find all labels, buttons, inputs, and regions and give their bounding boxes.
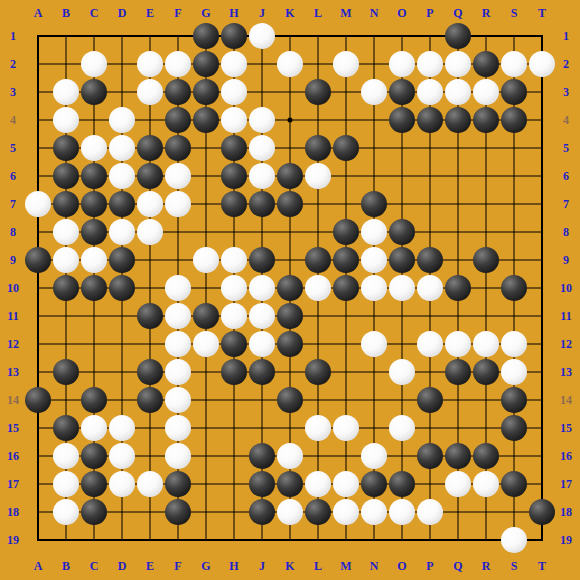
stone-white-P2 bbox=[417, 51, 443, 77]
stone-white-O18 bbox=[389, 499, 415, 525]
stone-white-P3 bbox=[417, 79, 443, 105]
stone-black-N17 bbox=[361, 471, 387, 497]
stone-white-C5 bbox=[81, 135, 107, 161]
stone-black-J18 bbox=[249, 499, 275, 525]
stone-white-J10 bbox=[249, 275, 275, 301]
stone-white-F12 bbox=[165, 331, 191, 357]
stone-black-S4 bbox=[501, 107, 527, 133]
stone-black-K7 bbox=[277, 191, 303, 217]
stone-white-F14 bbox=[165, 387, 191, 413]
stone-black-B15 bbox=[53, 415, 79, 441]
stone-white-N18 bbox=[361, 499, 387, 525]
stone-black-D10 bbox=[109, 275, 135, 301]
stone-black-M5 bbox=[333, 135, 359, 161]
coord-label-col-J-top: J bbox=[259, 7, 265, 19]
stone-black-G2 bbox=[193, 51, 219, 77]
coord-label-col-K-top: K bbox=[285, 7, 294, 19]
stone-white-L6 bbox=[305, 163, 331, 189]
star-point bbox=[288, 118, 293, 123]
stone-black-O4 bbox=[389, 107, 415, 133]
stone-white-O2 bbox=[389, 51, 415, 77]
stone-white-S12 bbox=[501, 331, 527, 357]
stone-black-C14 bbox=[81, 387, 107, 413]
stone-black-G4 bbox=[193, 107, 219, 133]
stone-black-Q10 bbox=[445, 275, 471, 301]
stone-black-J16 bbox=[249, 443, 275, 469]
stone-white-L17 bbox=[305, 471, 331, 497]
coord-label-col-P-top: P bbox=[426, 7, 433, 19]
coord-label-col-R-top: R bbox=[482, 7, 491, 19]
stone-black-H7 bbox=[221, 191, 247, 217]
coord-label-row-14-left: 14 bbox=[7, 394, 19, 406]
stone-white-C9 bbox=[81, 247, 107, 273]
coord-label-col-L-top: L bbox=[314, 7, 322, 19]
stone-black-E5 bbox=[137, 135, 163, 161]
coord-label-col-F-top: F bbox=[174, 7, 181, 19]
stone-white-D16 bbox=[109, 443, 135, 469]
stone-black-F17 bbox=[165, 471, 191, 497]
stone-white-J11 bbox=[249, 303, 275, 329]
coord-label-col-O-bottom: O bbox=[397, 560, 406, 572]
stone-black-S3 bbox=[501, 79, 527, 105]
stone-white-G12 bbox=[193, 331, 219, 357]
coord-label-col-K-bottom: K bbox=[285, 560, 294, 572]
coord-label-col-C-bottom: C bbox=[90, 560, 99, 572]
stone-white-B18 bbox=[53, 499, 79, 525]
stone-black-Q4 bbox=[445, 107, 471, 133]
stone-white-H3 bbox=[221, 79, 247, 105]
stone-white-L10 bbox=[305, 275, 331, 301]
stone-black-H5 bbox=[221, 135, 247, 161]
stone-white-J12 bbox=[249, 331, 275, 357]
stone-white-O15 bbox=[389, 415, 415, 441]
stone-white-E8 bbox=[137, 219, 163, 245]
coord-label-row-12-right: 12 bbox=[560, 338, 572, 350]
stone-black-L3 bbox=[305, 79, 331, 105]
stone-black-M10 bbox=[333, 275, 359, 301]
stone-white-H10 bbox=[221, 275, 247, 301]
stone-black-H6 bbox=[221, 163, 247, 189]
stone-white-C15 bbox=[81, 415, 107, 441]
stone-black-O3 bbox=[389, 79, 415, 105]
stone-white-K16 bbox=[277, 443, 303, 469]
stone-black-B10 bbox=[53, 275, 79, 301]
stone-white-F13 bbox=[165, 359, 191, 385]
stone-white-R17 bbox=[473, 471, 499, 497]
stone-white-B4 bbox=[53, 107, 79, 133]
coord-label-row-4-right: 4 bbox=[563, 114, 569, 126]
coord-label-row-10-left: 10 bbox=[7, 282, 19, 294]
stone-white-D4 bbox=[109, 107, 135, 133]
coord-label-col-R-bottom: R bbox=[482, 560, 491, 572]
coord-label-col-B-top: B bbox=[62, 7, 70, 19]
stone-white-B16 bbox=[53, 443, 79, 469]
stone-black-Q13 bbox=[445, 359, 471, 385]
stone-white-F16 bbox=[165, 443, 191, 469]
stone-black-S10 bbox=[501, 275, 527, 301]
coord-label-row-2-left: 2 bbox=[10, 58, 16, 70]
coord-label-row-9-left: 9 bbox=[10, 254, 16, 266]
stone-black-H13 bbox=[221, 359, 247, 385]
stone-black-P9 bbox=[417, 247, 443, 273]
stone-black-C6 bbox=[81, 163, 107, 189]
stone-white-E3 bbox=[137, 79, 163, 105]
stone-white-H4 bbox=[221, 107, 247, 133]
stone-black-A9 bbox=[25, 247, 51, 273]
stone-white-P10 bbox=[417, 275, 443, 301]
coord-label-row-11-left: 11 bbox=[7, 310, 18, 322]
stone-white-M18 bbox=[333, 499, 359, 525]
stone-black-C8 bbox=[81, 219, 107, 245]
coord-label-row-15-right: 15 bbox=[560, 422, 572, 434]
coord-label-row-5-right: 5 bbox=[563, 142, 569, 154]
coord-label-row-13-left: 13 bbox=[7, 366, 19, 378]
stone-black-N7 bbox=[361, 191, 387, 217]
stone-black-D7 bbox=[109, 191, 135, 217]
stone-black-G11 bbox=[193, 303, 219, 329]
stone-white-F6 bbox=[165, 163, 191, 189]
stone-white-R3 bbox=[473, 79, 499, 105]
stone-black-C18 bbox=[81, 499, 107, 525]
stone-white-N12 bbox=[361, 331, 387, 357]
coord-label-row-15-left: 15 bbox=[7, 422, 19, 434]
stone-black-J9 bbox=[249, 247, 275, 273]
stone-black-F3 bbox=[165, 79, 191, 105]
stone-black-K12 bbox=[277, 331, 303, 357]
stone-white-M17 bbox=[333, 471, 359, 497]
coord-label-col-T-top: T bbox=[538, 7, 546, 19]
stone-white-F10 bbox=[165, 275, 191, 301]
stone-black-L9 bbox=[305, 247, 331, 273]
stone-black-J13 bbox=[249, 359, 275, 385]
coord-label-col-A-bottom: A bbox=[34, 560, 43, 572]
coord-label-row-3-left: 3 bbox=[10, 86, 16, 98]
coord-label-row-9-right: 9 bbox=[563, 254, 569, 266]
stone-black-Q1 bbox=[445, 23, 471, 49]
coord-label-col-A-top: A bbox=[34, 7, 43, 19]
coord-label-col-Q-bottom: Q bbox=[453, 560, 462, 572]
coord-label-row-19-left: 19 bbox=[7, 534, 19, 546]
stone-white-Q2 bbox=[445, 51, 471, 77]
stone-white-F11 bbox=[165, 303, 191, 329]
stone-white-T2 bbox=[529, 51, 555, 77]
stone-white-Q12 bbox=[445, 331, 471, 357]
stone-white-S19 bbox=[501, 527, 527, 553]
coord-label-row-18-right: 18 bbox=[560, 506, 572, 518]
stone-white-N3 bbox=[361, 79, 387, 105]
stone-black-C10 bbox=[81, 275, 107, 301]
stone-white-H11 bbox=[221, 303, 247, 329]
stone-white-N8 bbox=[361, 219, 387, 245]
stone-black-C16 bbox=[81, 443, 107, 469]
stone-black-R4 bbox=[473, 107, 499, 133]
stone-black-H1 bbox=[221, 23, 247, 49]
stone-black-K10 bbox=[277, 275, 303, 301]
stone-black-S14 bbox=[501, 387, 527, 413]
stone-white-D6 bbox=[109, 163, 135, 189]
stone-white-F2 bbox=[165, 51, 191, 77]
coord-label-row-18-left: 18 bbox=[7, 506, 19, 518]
coord-label-row-13-right: 13 bbox=[560, 366, 572, 378]
stone-black-E14 bbox=[137, 387, 163, 413]
coord-label-col-O-top: O bbox=[397, 7, 406, 19]
stone-white-F7 bbox=[165, 191, 191, 217]
coord-label-col-H-top: H bbox=[229, 7, 238, 19]
coord-label-row-16-left: 16 bbox=[7, 450, 19, 462]
coord-label-row-6-left: 6 bbox=[10, 170, 16, 182]
stone-black-B5 bbox=[53, 135, 79, 161]
stone-white-L15 bbox=[305, 415, 331, 441]
stone-black-M9 bbox=[333, 247, 359, 273]
coord-label-row-19-right: 19 bbox=[560, 534, 572, 546]
stone-white-M15 bbox=[333, 415, 359, 441]
coord-label-col-M-bottom: M bbox=[340, 560, 351, 572]
stone-black-C17 bbox=[81, 471, 107, 497]
stone-white-D5 bbox=[109, 135, 135, 161]
stone-white-D8 bbox=[109, 219, 135, 245]
coord-label-col-J-bottom: J bbox=[259, 560, 265, 572]
coord-label-col-B-bottom: B bbox=[62, 560, 70, 572]
stone-black-S17 bbox=[501, 471, 527, 497]
stone-black-G1 bbox=[193, 23, 219, 49]
coord-label-row-17-right: 17 bbox=[560, 478, 572, 490]
coord-label-col-Q-top: Q bbox=[453, 7, 462, 19]
coord-label-row-8-right: 8 bbox=[563, 226, 569, 238]
stone-white-D17 bbox=[109, 471, 135, 497]
coord-label-row-8-left: 8 bbox=[10, 226, 16, 238]
go-game-screen: AABBCCDDEEFFGGHHJJKKLLMMNNOOPPQQRRSSTT11… bbox=[0, 0, 580, 580]
stone-white-C2 bbox=[81, 51, 107, 77]
coord-label-row-6-right: 6 bbox=[563, 170, 569, 182]
stone-black-O17 bbox=[389, 471, 415, 497]
stone-white-P18 bbox=[417, 499, 443, 525]
stone-black-P4 bbox=[417, 107, 443, 133]
stone-white-E7 bbox=[137, 191, 163, 217]
stone-black-G3 bbox=[193, 79, 219, 105]
stone-black-S15 bbox=[501, 415, 527, 441]
stone-black-L5 bbox=[305, 135, 331, 161]
coord-label-col-T-bottom: T bbox=[538, 560, 546, 572]
stone-white-B8 bbox=[53, 219, 79, 245]
coord-label-col-M-top: M bbox=[340, 7, 351, 19]
stone-white-F15 bbox=[165, 415, 191, 441]
coord-label-row-3-right: 3 bbox=[563, 86, 569, 98]
stone-black-K14 bbox=[277, 387, 303, 413]
stone-white-H9 bbox=[221, 247, 247, 273]
coord-label-col-D-top: D bbox=[118, 7, 127, 19]
coord-label-row-1-left: 1 bbox=[10, 30, 16, 42]
stone-white-J1 bbox=[249, 23, 275, 49]
stone-white-K2 bbox=[277, 51, 303, 77]
stone-white-M2 bbox=[333, 51, 359, 77]
stone-black-C7 bbox=[81, 191, 107, 217]
coord-label-col-P-bottom: P bbox=[426, 560, 433, 572]
coord-label-row-14-right: 14 bbox=[560, 394, 572, 406]
stone-black-E11 bbox=[137, 303, 163, 329]
stone-white-R12 bbox=[473, 331, 499, 357]
stone-black-F4 bbox=[165, 107, 191, 133]
coord-label-col-L-bottom: L bbox=[314, 560, 322, 572]
coord-label-col-G-bottom: G bbox=[201, 560, 210, 572]
stone-black-R16 bbox=[473, 443, 499, 469]
stone-white-Q3 bbox=[445, 79, 471, 105]
coord-label-row-4-left: 4 bbox=[10, 114, 16, 126]
stone-black-R13 bbox=[473, 359, 499, 385]
coord-label-col-F-bottom: F bbox=[174, 560, 181, 572]
stone-black-J7 bbox=[249, 191, 275, 217]
stone-white-E17 bbox=[137, 471, 163, 497]
stone-black-F5 bbox=[165, 135, 191, 161]
stone-black-J17 bbox=[249, 471, 275, 497]
coord-label-row-17-left: 17 bbox=[7, 478, 19, 490]
stone-white-O13 bbox=[389, 359, 415, 385]
stone-white-D15 bbox=[109, 415, 135, 441]
stone-black-P14 bbox=[417, 387, 443, 413]
coord-label-row-2-right: 2 bbox=[563, 58, 569, 70]
stone-white-J4 bbox=[249, 107, 275, 133]
stone-black-O9 bbox=[389, 247, 415, 273]
coord-label-col-E-top: E bbox=[146, 7, 154, 19]
coord-label-col-N-top: N bbox=[370, 7, 379, 19]
coord-label-col-G-top: G bbox=[201, 7, 210, 19]
coord-label-col-C-top: C bbox=[90, 7, 99, 19]
stone-white-A7 bbox=[25, 191, 51, 217]
stone-black-K17 bbox=[277, 471, 303, 497]
stone-white-K18 bbox=[277, 499, 303, 525]
stone-white-P12 bbox=[417, 331, 443, 357]
stone-black-B13 bbox=[53, 359, 79, 385]
coord-label-col-H-bottom: H bbox=[229, 560, 238, 572]
stone-black-K6 bbox=[277, 163, 303, 189]
stone-black-H12 bbox=[221, 331, 247, 357]
coord-label-col-N-bottom: N bbox=[370, 560, 379, 572]
coord-label-row-10-right: 10 bbox=[560, 282, 572, 294]
stone-white-N9 bbox=[361, 247, 387, 273]
coord-label-row-5-left: 5 bbox=[10, 142, 16, 154]
coord-label-col-D-bottom: D bbox=[118, 560, 127, 572]
stone-black-E13 bbox=[137, 359, 163, 385]
stone-white-S13 bbox=[501, 359, 527, 385]
go-board[interactable] bbox=[24, 22, 556, 554]
stone-black-K11 bbox=[277, 303, 303, 329]
stone-black-P16 bbox=[417, 443, 443, 469]
coord-label-row-11-right: 11 bbox=[560, 310, 571, 322]
stone-black-O8 bbox=[389, 219, 415, 245]
stone-white-B3 bbox=[53, 79, 79, 105]
stone-black-A14 bbox=[25, 387, 51, 413]
coord-label-row-16-right: 16 bbox=[560, 450, 572, 462]
stone-white-J6 bbox=[249, 163, 275, 189]
stone-black-C3 bbox=[81, 79, 107, 105]
stone-black-D9 bbox=[109, 247, 135, 273]
coord-label-col-S-top: S bbox=[511, 7, 518, 19]
coord-label-row-1-right: 1 bbox=[563, 30, 569, 42]
stone-black-R9 bbox=[473, 247, 499, 273]
stone-black-L18 bbox=[305, 499, 331, 525]
stone-white-N10 bbox=[361, 275, 387, 301]
stone-white-O10 bbox=[389, 275, 415, 301]
stone-black-B7 bbox=[53, 191, 79, 217]
stone-black-T18 bbox=[529, 499, 555, 525]
stone-white-Q17 bbox=[445, 471, 471, 497]
stone-white-N16 bbox=[361, 443, 387, 469]
stone-white-S2 bbox=[501, 51, 527, 77]
stone-black-M8 bbox=[333, 219, 359, 245]
stone-black-L13 bbox=[305, 359, 331, 385]
coord-label-col-S-bottom: S bbox=[511, 560, 518, 572]
coord-label-row-7-right: 7 bbox=[563, 198, 569, 210]
coord-label-row-7-left: 7 bbox=[10, 198, 16, 210]
stone-black-B6 bbox=[53, 163, 79, 189]
stone-black-Q16 bbox=[445, 443, 471, 469]
coord-label-col-E-bottom: E bbox=[146, 560, 154, 572]
stone-white-J5 bbox=[249, 135, 275, 161]
stone-white-B17 bbox=[53, 471, 79, 497]
stone-black-F18 bbox=[165, 499, 191, 525]
stone-white-E2 bbox=[137, 51, 163, 77]
stone-black-E6 bbox=[137, 163, 163, 189]
stone-white-B9 bbox=[53, 247, 79, 273]
coord-label-row-12-left: 12 bbox=[7, 338, 19, 350]
stone-white-G9 bbox=[193, 247, 219, 273]
stone-white-H2 bbox=[221, 51, 247, 77]
stone-black-R2 bbox=[473, 51, 499, 77]
